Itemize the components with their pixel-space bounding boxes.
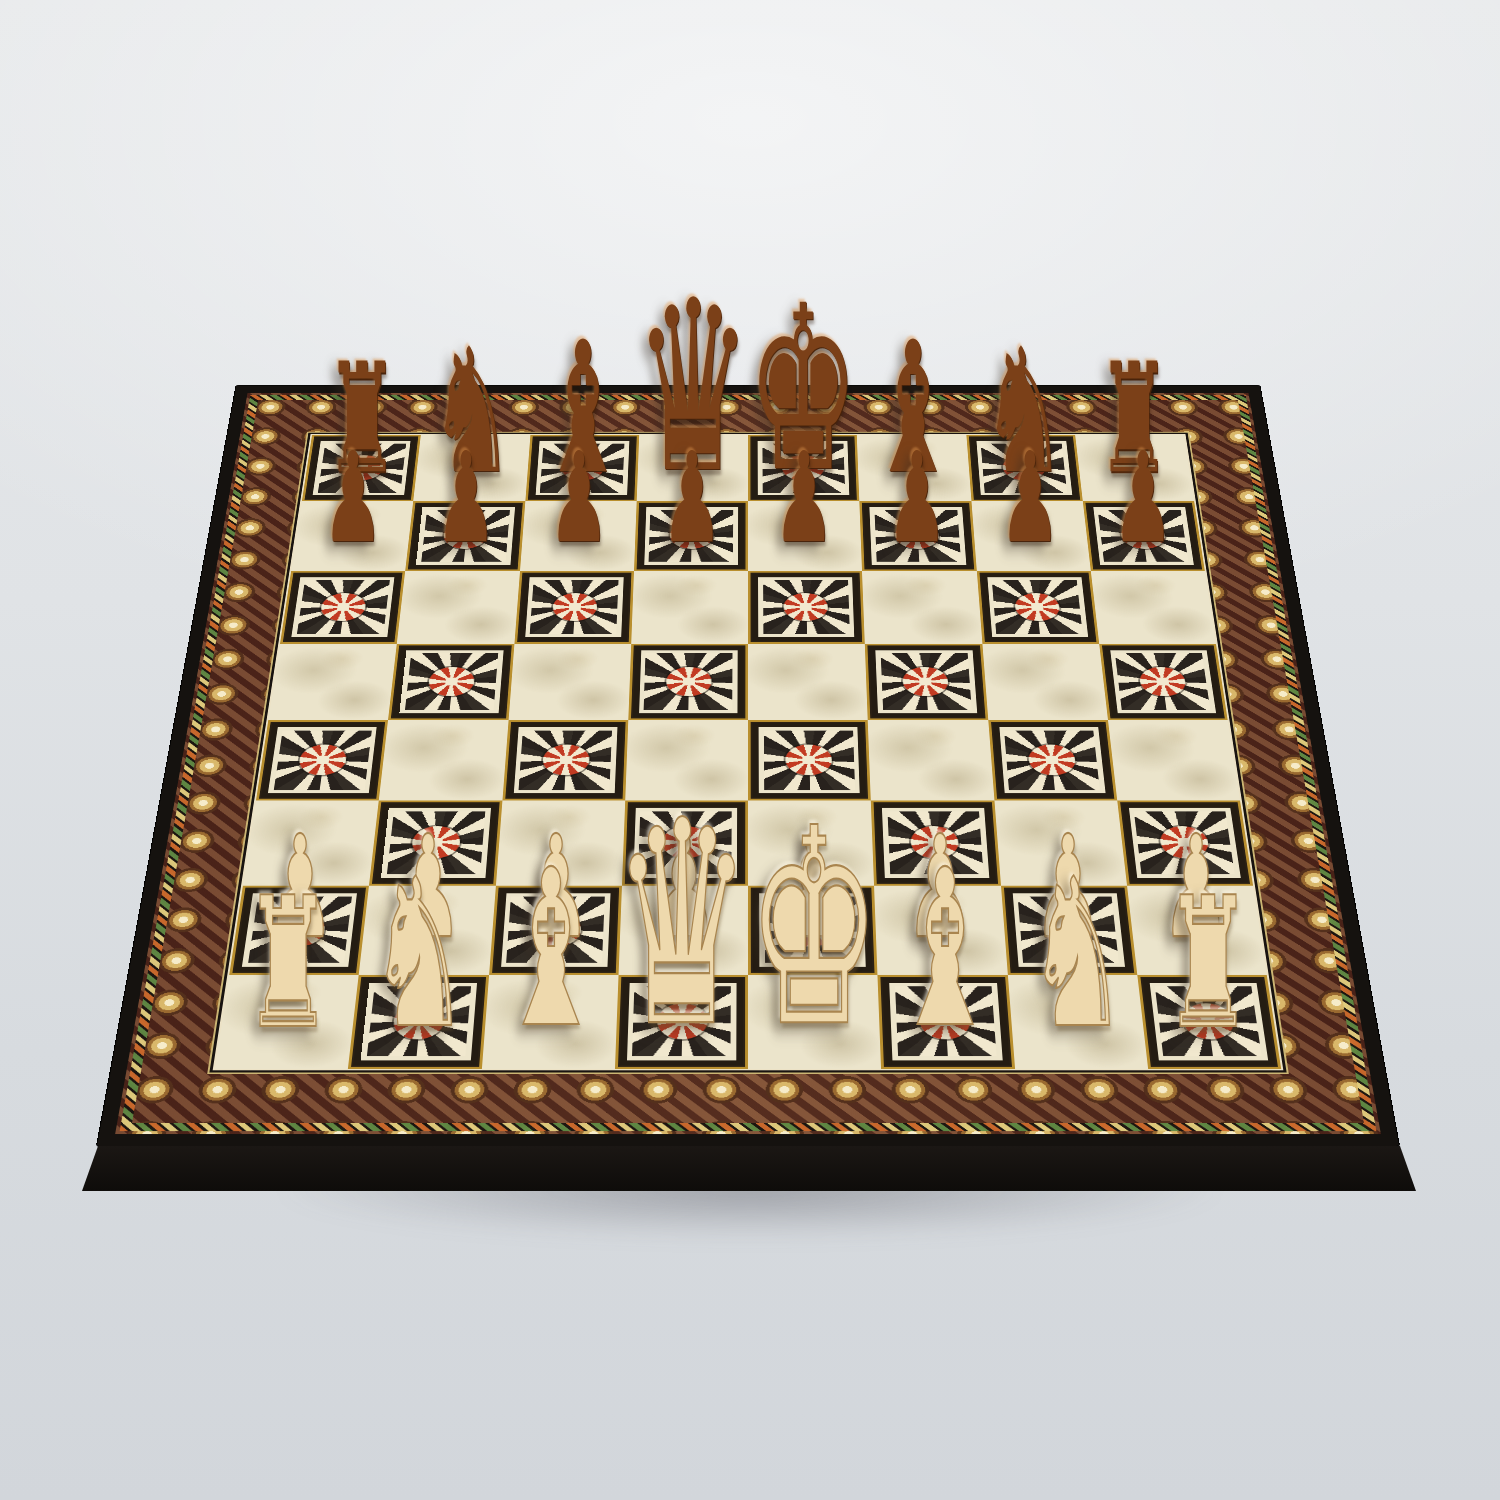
- piece-white-rook-a1[interactable]: ♜: [243, 894, 332, 1035]
- square-g5[interactable]: [982, 644, 1108, 721]
- piece-white-king-e1[interactable]: ♚: [747, 823, 881, 1035]
- piece-black-pawn-g7[interactable]: ♟: [999, 450, 1060, 547]
- square-b6[interactable]: [397, 571, 520, 644]
- piece-white-knight-b1[interactable]: ♞: [369, 874, 470, 1034]
- square-c4[interactable]: [502, 720, 628, 800]
- square-d5[interactable]: [628, 644, 748, 721]
- piece-black-pawn-c7[interactable]: ♟: [548, 450, 609, 547]
- piece-black-pawn-e7[interactable]: ♟: [774, 450, 835, 547]
- square-f6[interactable]: [862, 571, 982, 644]
- square-a6[interactable]: [280, 571, 405, 644]
- square-b5[interactable]: [388, 644, 514, 721]
- piece-black-pawn-b7[interactable]: ♟: [435, 450, 496, 547]
- square-h6[interactable]: [1091, 571, 1216, 644]
- piece-white-knight-g1[interactable]: ♞: [1026, 874, 1127, 1034]
- square-e6[interactable]: [748, 571, 865, 644]
- square-b4[interactable]: [379, 720, 508, 800]
- square-f4[interactable]: [868, 720, 994, 800]
- square-h5[interactable]: [1099, 644, 1228, 721]
- square-g6[interactable]: [976, 571, 1099, 644]
- photo-backdrop: ♜♞♝♛♚♝♞♜♟♟♟♟♟♟♟♟♟♟♟♟♟♟♟♟♜♞♝♛♚♝♞♜: [0, 0, 1500, 1500]
- piece-black-pawn-f7[interactable]: ♟: [887, 450, 948, 547]
- square-a4[interactable]: [256, 720, 388, 800]
- piece-white-rook-h1[interactable]: ♜: [1164, 894, 1253, 1035]
- piece-black-pawn-a7[interactable]: ♟: [322, 450, 383, 547]
- piece-black-pawn-h7[interactable]: ♟: [1112, 450, 1173, 547]
- board-edge: [82, 1146, 1416, 1191]
- square-c5[interactable]: [508, 644, 631, 721]
- piece-black-pawn-d7[interactable]: ♟: [661, 450, 722, 547]
- square-e5[interactable]: [748, 644, 868, 721]
- piece-white-bishop-f1[interactable]: ♝: [892, 866, 999, 1035]
- square-g4[interactable]: [988, 720, 1117, 800]
- square-f5[interactable]: [865, 644, 988, 721]
- piece-white-queen-d1[interactable]: ♛: [613, 814, 752, 1034]
- square-h4[interactable]: [1108, 720, 1240, 800]
- piece-white-bishop-c1[interactable]: ♝: [497, 866, 604, 1035]
- square-d6[interactable]: [631, 571, 748, 644]
- square-a5[interactable]: [268, 644, 397, 721]
- square-c6[interactable]: [514, 571, 634, 644]
